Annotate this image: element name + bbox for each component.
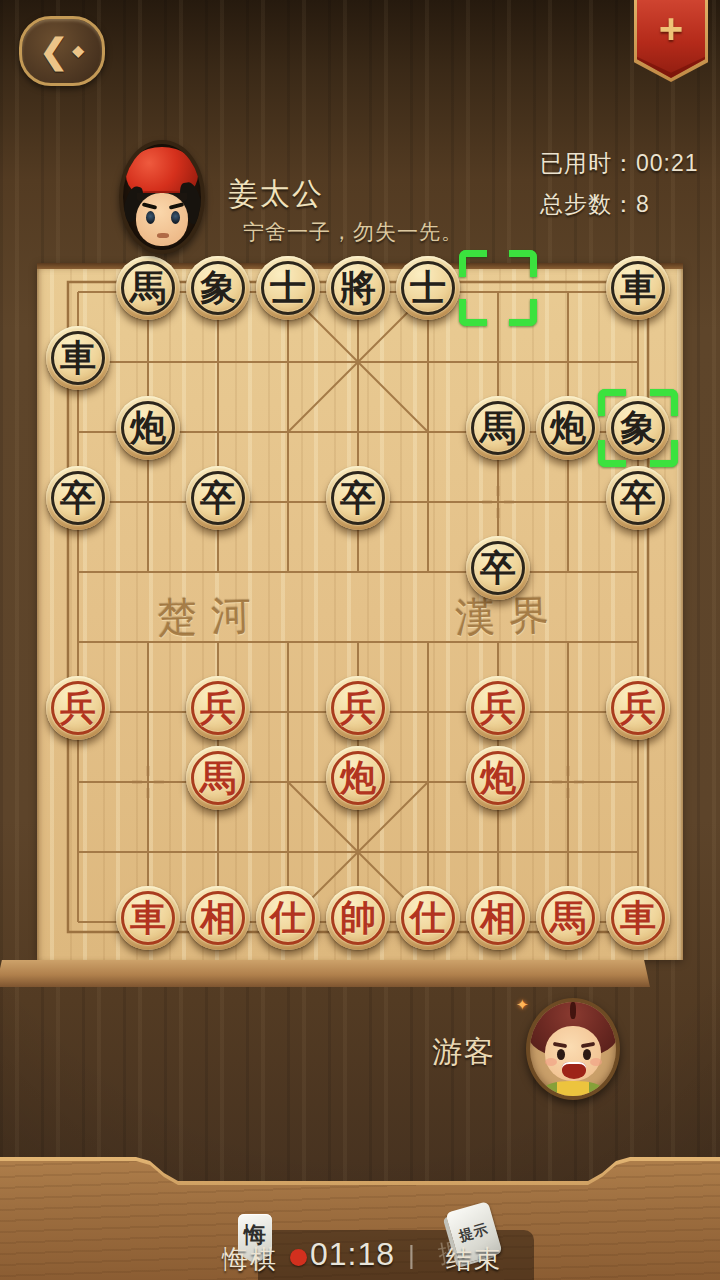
piece-character: 炮: [466, 746, 530, 810]
piece-character: 將: [326, 256, 390, 320]
bar-separator: |: [408, 1240, 415, 1271]
opponent-avatar[interactable]: [119, 140, 205, 254]
piece-character: 兵: [466, 676, 530, 740]
piece-character: 卒: [606, 466, 670, 530]
piece-character: 馬: [116, 256, 180, 320]
piece-character: 炮: [536, 396, 600, 460]
piece-character: 炮: [326, 746, 390, 810]
piece-red-chariot[interactable]: 車: [116, 886, 180, 950]
game-stats: 已用时：00:21 总步数：8: [540, 148, 700, 230]
piece-black-cannon[interactable]: 炮: [536, 396, 600, 460]
piece-character: 卒: [46, 466, 110, 530]
elapsed-value: 00:21: [636, 150, 699, 176]
piece-black-general[interactable]: 將: [326, 256, 390, 320]
piece-character: 馬: [536, 886, 600, 950]
piece-red-soldier[interactable]: 兵: [466, 676, 530, 740]
piece-black-horse[interactable]: 馬: [466, 396, 530, 460]
piece-black-soldier[interactable]: 卒: [606, 466, 670, 530]
piece-character: 車: [116, 886, 180, 950]
steps-label: 总步数：: [540, 191, 636, 217]
piece-black-advisor[interactable]: 士: [396, 256, 460, 320]
piece-black-chariot[interactable]: 車: [46, 326, 110, 390]
turn-indicator-dot: [290, 1249, 307, 1266]
back-button[interactable]: ❮ ◆: [19, 16, 105, 86]
piece-red-chariot[interactable]: 車: [606, 886, 670, 950]
avatar-eye: [171, 211, 180, 224]
piece-character: 相: [186, 886, 250, 950]
plus-icon: +: [634, 8, 708, 50]
avatar-blush: [590, 1058, 602, 1066]
piece-black-soldier[interactable]: 卒: [186, 466, 250, 530]
elapsed-label: 已用时：: [540, 150, 636, 176]
piece-red-soldier[interactable]: 兵: [186, 676, 250, 740]
piece-character: 仕: [396, 886, 460, 950]
piece-red-advisor[interactable]: 仕: [256, 886, 320, 950]
sparkle-icon: ✦: [516, 996, 529, 1014]
piece-character: 卒: [326, 466, 390, 530]
piece-black-cannon[interactable]: 炮: [116, 396, 180, 460]
move-timer: 01:18: [310, 1236, 395, 1273]
piece-character: 相: [466, 886, 530, 950]
piece-red-soldier[interactable]: 兵: [326, 676, 390, 740]
steps-value: 8: [636, 191, 650, 217]
piece-character: 卒: [466, 536, 530, 600]
end-game-button[interactable]: 结束: [446, 1242, 502, 1277]
piece-black-soldier[interactable]: 卒: [46, 466, 110, 530]
piece-black-soldier[interactable]: 卒: [326, 466, 390, 530]
piece-character: 車: [606, 886, 670, 950]
piece-character: 兵: [186, 676, 250, 740]
avatar-mouth: [562, 1062, 586, 1079]
piece-red-soldier[interactable]: 兵: [606, 676, 670, 740]
piece-black-elephant[interactable]: 象: [606, 396, 670, 460]
piece-character: 馬: [186, 746, 250, 810]
undo-button[interactable]: 悔棋: [222, 1242, 278, 1277]
xiangqi-board[interactable]: 楚河 漢界 馬象士將士車車炮馬炮象卒卒卒卒卒兵兵兵兵兵馬炮炮車相仕帥仕相馬車: [37, 263, 683, 960]
piece-character: 仕: [256, 886, 320, 950]
piece-character: 車: [46, 326, 110, 390]
piece-red-cannon[interactable]: 炮: [326, 746, 390, 810]
piece-black-soldier[interactable]: 卒: [466, 536, 530, 600]
piece-red-soldier[interactable]: 兵: [46, 676, 110, 740]
piece-character: 士: [256, 256, 320, 320]
piece-character: 馬: [466, 396, 530, 460]
banner-fold: [637, 51, 705, 78]
piece-red-horse[interactable]: 馬: [186, 746, 250, 810]
piece-red-elephant[interactable]: 相: [186, 886, 250, 950]
avatar-mouth: [157, 233, 169, 238]
piece-red-horse[interactable]: 馬: [536, 886, 600, 950]
piece-character: 兵: [326, 676, 390, 740]
piece-character: 士: [396, 256, 460, 320]
piece-black-elephant[interactable]: 象: [186, 256, 250, 320]
piece-character: 車: [606, 256, 670, 320]
piece-red-elephant[interactable]: 相: [466, 886, 530, 950]
piece-red-general[interactable]: 帥: [326, 886, 390, 950]
piece-character: 象: [606, 396, 670, 460]
piece-character: 炮: [116, 396, 180, 460]
elapsed-time-row: 已用时：00:21: [540, 148, 700, 179]
board-bevel-edge: [0, 960, 650, 987]
avatar-eye: [146, 211, 155, 224]
piece-black-advisor[interactable]: 士: [256, 256, 320, 320]
piece-red-advisor[interactable]: 仕: [396, 886, 460, 950]
piece-character: 兵: [606, 676, 670, 740]
player-name: 游客: [432, 1032, 496, 1073]
piece-character: 帥: [326, 886, 390, 950]
back-arrow-icon: ❮: [40, 34, 69, 68]
piece-character: 象: [186, 256, 250, 320]
river-label-left: 楚河: [156, 592, 265, 641]
board-grid: [37, 263, 683, 960]
avatar-eye: [583, 1049, 591, 1060]
steps-row: 总步数：8: [540, 189, 700, 220]
piece-black-horse[interactable]: 馬: [116, 256, 180, 320]
xiangqi-game-screen: ❮ ◆ + 姜太公 宁舍一子，勿失一先。 已用时：00:21 总步数：8 楚河 …: [0, 0, 720, 1280]
opponent-motto: 宁舍一子，勿失一先。: [243, 218, 463, 246]
opponent-name: 姜太公: [228, 174, 324, 215]
piece-black-chariot[interactable]: 車: [606, 256, 670, 320]
player-avatar[interactable]: [526, 998, 620, 1100]
piece-character: 卒: [186, 466, 250, 530]
add-banner-button[interactable]: +: [634, 0, 708, 82]
avatar-collar: [544, 1081, 602, 1098]
avatar-eye: [557, 1049, 565, 1060]
piece-character: 兵: [46, 676, 110, 740]
avatar-hair-part: [570, 1002, 575, 1019]
back-diamond-icon: ◆: [72, 43, 84, 59]
piece-red-cannon[interactable]: 炮: [466, 746, 530, 810]
